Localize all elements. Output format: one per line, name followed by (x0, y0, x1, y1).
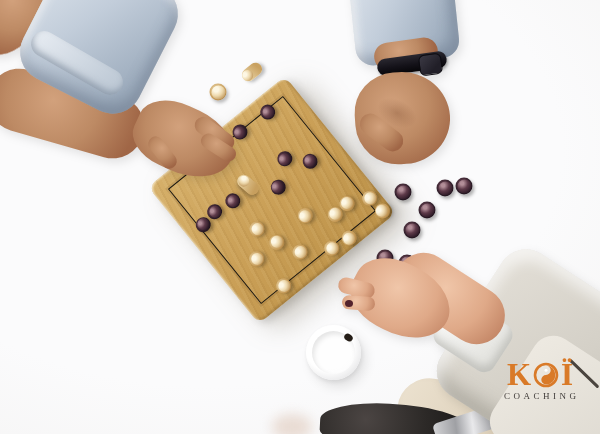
logo-subtitle: COACHING (486, 391, 594, 401)
koi-fish-icon (533, 362, 559, 388)
logo-letter-k: K (507, 360, 531, 390)
logo-title: K Ï (486, 360, 594, 390)
logo-letter-i: Ï (561, 360, 573, 390)
koi-coaching-logo: K Ï COACHING (486, 360, 594, 401)
photo-stage: K Ï COACHING (0, 0, 600, 434)
painted-fingernail (345, 300, 353, 307)
